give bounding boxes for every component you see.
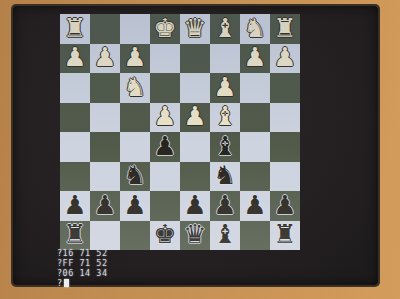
square-a8[interactable]: ♜ xyxy=(270,221,300,251)
square-e7[interactable] xyxy=(150,191,180,221)
square-d1[interactable]: ♛ xyxy=(180,14,210,44)
white-pawn-piece: ♟ xyxy=(153,103,176,129)
terminal-line: ?16 71 52 xyxy=(57,248,108,258)
white-pawn-piece: ♟ xyxy=(93,44,116,70)
terminal-line: ? xyxy=(57,278,108,288)
terminal-line: ?06 14 34 xyxy=(57,268,108,278)
terminal-output: ?16 71 52?FF 71 52?06 14 34? xyxy=(57,248,108,288)
square-a4[interactable] xyxy=(270,103,300,133)
square-g1[interactable] xyxy=(90,14,120,44)
black-bishop-piece: ♝ xyxy=(213,133,236,159)
square-b6[interactable] xyxy=(240,162,270,192)
black-pawn-piece: ♟ xyxy=(273,192,296,218)
white-pawn-piece: ♟ xyxy=(183,103,206,129)
black-pawn-piece: ♟ xyxy=(183,192,206,218)
square-e6[interactable] xyxy=(150,162,180,192)
square-c8[interactable]: ♝ xyxy=(210,221,240,251)
white-pawn-piece: ♟ xyxy=(273,44,296,70)
square-f8[interactable] xyxy=(120,221,150,251)
monitor-photo: ♜♚♛♝♞♜♟♟♟♟♟♞♟♟♟♝♟♝♞♞♟♟♟♟♟♟♟♜♚♛♝♜ ?16 71 … xyxy=(0,0,400,299)
square-g3[interactable] xyxy=(90,73,120,103)
square-a5[interactable] xyxy=(270,132,300,162)
square-e3[interactable] xyxy=(150,73,180,103)
square-c7[interactable]: ♟ xyxy=(210,191,240,221)
square-b8[interactable] xyxy=(240,221,270,251)
square-c4[interactable]: ♝ xyxy=(210,103,240,133)
square-c6[interactable]: ♞ xyxy=(210,162,240,192)
square-a3[interactable] xyxy=(270,73,300,103)
square-d7[interactable]: ♟ xyxy=(180,191,210,221)
square-e2[interactable] xyxy=(150,44,180,74)
white-pawn-piece: ♟ xyxy=(243,44,266,70)
black-rook-piece: ♜ xyxy=(273,221,296,247)
square-e8[interactable]: ♚ xyxy=(150,221,180,251)
square-g8[interactable] xyxy=(90,221,120,251)
square-c2[interactable] xyxy=(210,44,240,74)
square-b7[interactable]: ♟ xyxy=(240,191,270,221)
square-h6[interactable] xyxy=(60,162,90,192)
square-f5[interactable] xyxy=(120,132,150,162)
black-knight-piece: ♞ xyxy=(213,162,236,188)
square-d5[interactable] xyxy=(180,132,210,162)
square-h1[interactable]: ♜ xyxy=(60,14,90,44)
square-f7[interactable]: ♟ xyxy=(120,191,150,221)
square-d2[interactable] xyxy=(180,44,210,74)
chess-board: ♜♚♛♝♞♜♟♟♟♟♟♞♟♟♟♝♟♝♞♞♟♟♟♟♟♟♟♜♚♛♝♜ xyxy=(60,14,300,250)
square-f6[interactable]: ♞ xyxy=(120,162,150,192)
square-b2[interactable]: ♟ xyxy=(240,44,270,74)
square-d3[interactable] xyxy=(180,73,210,103)
square-g6[interactable] xyxy=(90,162,120,192)
white-bishop-piece: ♝ xyxy=(213,103,236,129)
square-g2[interactable]: ♟ xyxy=(90,44,120,74)
black-pawn-piece: ♟ xyxy=(63,192,86,218)
crt-screen: ♜♚♛♝♞♜♟♟♟♟♟♞♟♟♟♝♟♝♞♞♟♟♟♟♟♟♟♜♚♛♝♜ ?16 71 … xyxy=(13,6,378,285)
square-h3[interactable] xyxy=(60,73,90,103)
square-d8[interactable]: ♛ xyxy=(180,221,210,251)
white-pawn-piece: ♟ xyxy=(123,44,146,70)
square-h2[interactable]: ♟ xyxy=(60,44,90,74)
black-pawn-piece: ♟ xyxy=(213,192,236,218)
square-f3[interactable]: ♞ xyxy=(120,73,150,103)
white-king-piece: ♚ xyxy=(153,15,176,41)
square-g4[interactable] xyxy=(90,103,120,133)
black-king-piece: ♚ xyxy=(153,221,176,247)
square-c3[interactable]: ♟ xyxy=(210,73,240,103)
terminal-cursor[interactable] xyxy=(64,279,69,287)
square-h4[interactable] xyxy=(60,103,90,133)
white-bishop-piece: ♝ xyxy=(213,15,236,41)
square-d6[interactable] xyxy=(180,162,210,192)
terminal-line: ?FF 71 52 xyxy=(57,258,108,268)
square-b4[interactable] xyxy=(240,103,270,133)
square-g5[interactable] xyxy=(90,132,120,162)
square-e1[interactable]: ♚ xyxy=(150,14,180,44)
square-b5[interactable] xyxy=(240,132,270,162)
square-b1[interactable]: ♞ xyxy=(240,14,270,44)
square-h7[interactable]: ♟ xyxy=(60,191,90,221)
black-bishop-piece: ♝ xyxy=(213,221,236,247)
square-a1[interactable]: ♜ xyxy=(270,14,300,44)
white-queen-piece: ♛ xyxy=(183,15,206,41)
black-pawn-piece: ♟ xyxy=(243,192,266,218)
white-knight-piece: ♞ xyxy=(123,74,146,100)
square-f1[interactable] xyxy=(120,14,150,44)
square-h8[interactable]: ♜ xyxy=(60,221,90,251)
square-a6[interactable] xyxy=(270,162,300,192)
square-h5[interactable] xyxy=(60,132,90,162)
black-pawn-piece: ♟ xyxy=(153,133,176,159)
square-c1[interactable]: ♝ xyxy=(210,14,240,44)
white-pawn-piece: ♟ xyxy=(213,74,236,100)
square-c5[interactable]: ♝ xyxy=(210,132,240,162)
black-rook-piece: ♜ xyxy=(63,221,86,247)
white-rook-piece: ♜ xyxy=(273,15,296,41)
black-knight-piece: ♞ xyxy=(123,162,146,188)
square-f4[interactable] xyxy=(120,103,150,133)
square-a7[interactable]: ♟ xyxy=(270,191,300,221)
square-g7[interactable]: ♟ xyxy=(90,191,120,221)
square-e5[interactable]: ♟ xyxy=(150,132,180,162)
white-knight-piece: ♞ xyxy=(243,15,266,41)
square-b3[interactable] xyxy=(240,73,270,103)
square-f2[interactable]: ♟ xyxy=(120,44,150,74)
square-d4[interactable]: ♟ xyxy=(180,103,210,133)
square-e4[interactable]: ♟ xyxy=(150,103,180,133)
white-rook-piece: ♜ xyxy=(63,15,86,41)
white-pawn-piece: ♟ xyxy=(63,44,86,70)
black-pawn-piece: ♟ xyxy=(93,192,116,218)
black-pawn-piece: ♟ xyxy=(123,192,146,218)
square-a2[interactable]: ♟ xyxy=(270,44,300,74)
black-queen-piece: ♛ xyxy=(183,221,206,247)
